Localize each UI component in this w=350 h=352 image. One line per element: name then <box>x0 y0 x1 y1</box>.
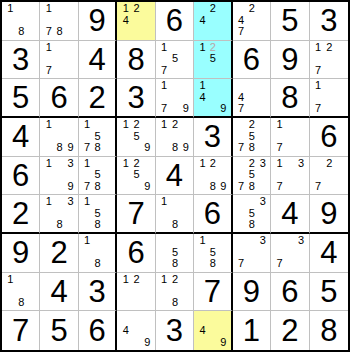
candidate-4 <box>159 131 170 143</box>
candidate-8 <box>208 26 218 38</box>
cell-value: 3 <box>117 79 154 116</box>
candidate-9 <box>180 258 191 270</box>
candidate-2: 2 <box>246 158 257 170</box>
cell-r1c4[interactable]: 124 <box>117 2 155 41</box>
cell-r4c4[interactable]: 1259 <box>117 118 155 157</box>
candidate-1: 1 <box>274 158 285 170</box>
candidate-4 <box>43 53 54 65</box>
candidate-2 <box>54 158 65 170</box>
cell-r3c8[interactable]: 8 <box>271 79 309 118</box>
cell-r6c9[interactable]: 9 <box>310 195 348 234</box>
candidate-2 <box>246 235 257 247</box>
candidate-5 <box>170 92 181 103</box>
candidate-grid: 247 <box>236 3 268 38</box>
candidate-6 <box>218 247 228 259</box>
cell-r9c4[interactable]: 49 <box>117 311 155 350</box>
candidate-9 <box>180 65 191 77</box>
candidate-1 <box>236 80 247 91</box>
cell-r7c4[interactable]: 6 <box>117 234 155 273</box>
candidate-grid: 18 <box>5 274 37 309</box>
candidate-7 <box>159 219 170 230</box>
candidate-7 <box>197 26 207 38</box>
candidate-7 <box>197 336 207 348</box>
candidate-grid: 178 <box>43 3 75 38</box>
candidate-9 <box>257 26 268 38</box>
candidate-1: 1 <box>197 158 207 170</box>
candidate-grid: 358 <box>236 196 268 230</box>
candidate-7 <box>159 258 170 270</box>
candidate-7 <box>82 219 92 230</box>
candidate-7: 7 <box>236 142 247 154</box>
candidate-4 <box>159 285 170 297</box>
candidate-4 <box>5 15 16 27</box>
cell-r4c1[interactable]: 4 <box>2 118 40 157</box>
candidate-grid: 137 <box>274 158 306 193</box>
cell-r9c8[interactable]: 2 <box>271 311 309 350</box>
candidate-3 <box>257 3 268 15</box>
cell-value: 4 <box>310 234 348 272</box>
candidate-grid: 12 <box>120 274 152 309</box>
candidate-3 <box>218 158 228 170</box>
candidate-1 <box>159 235 170 247</box>
candidate-grid: 189 <box>43 119 75 154</box>
cell-r5c8[interactable]: 137 <box>271 157 309 196</box>
cell-r6c8[interactable]: 4 <box>271 195 309 234</box>
candidate-grid: 49 <box>120 312 152 348</box>
cell-r3c4[interactable]: 3 <box>117 79 155 118</box>
candidate-6 <box>218 169 228 181</box>
candidate-2 <box>170 235 181 247</box>
candidate-3 <box>103 119 113 131</box>
candidate-3 <box>218 235 228 247</box>
candidate-3 <box>142 158 153 170</box>
cell-r8c1[interactable]: 18 <box>2 273 40 312</box>
cell-r5c2[interactable]: 139 <box>40 157 78 196</box>
cell-r6c5[interactable]: 18 <box>156 195 194 234</box>
cell-r1c2[interactable]: 178 <box>40 2 78 41</box>
cell-r6c4[interactable]: 7 <box>117 195 155 234</box>
cell-r6c3[interactable]: 158 <box>79 195 117 234</box>
candidate-4 <box>43 169 54 181</box>
candidate-grid: 18 <box>159 196 191 230</box>
candidate-8: 8 <box>208 181 218 193</box>
candidate-6 <box>65 208 76 219</box>
cell-r1c5[interactable]: 6 <box>156 2 194 41</box>
cell-r2c5[interactable]: 157 <box>156 41 194 80</box>
cell-r5c4[interactable]: 1259 <box>117 157 155 196</box>
candidate-4 <box>159 208 170 219</box>
candidate-5 <box>170 131 181 143</box>
candidate-7: 7 <box>159 103 170 114</box>
candidate-5 <box>285 247 296 259</box>
candidate-6 <box>180 131 191 143</box>
candidate-grid: 1578 <box>82 119 113 154</box>
candidate-7 <box>120 181 131 193</box>
cell-r3c6[interactable]: 149 <box>194 79 232 118</box>
cell-value: 4 <box>79 41 115 79</box>
candidate-5 <box>324 169 335 181</box>
candidate-6 <box>103 169 113 181</box>
candidate-4: 4 <box>197 15 207 27</box>
cell-r7c7[interactable]: 37 <box>233 234 271 273</box>
cell-r4c6[interactable]: 3 <box>194 118 232 157</box>
cell-r8c4[interactable]: 12 <box>117 273 155 312</box>
candidate-2 <box>324 80 335 91</box>
candidate-8: 8 <box>92 142 102 154</box>
candidate-6 <box>180 285 191 297</box>
cell-r2c7[interactable]: 6 <box>233 41 271 80</box>
candidate-4 <box>159 53 170 65</box>
candidate-9: 9 <box>218 336 228 348</box>
cell-r1c9[interactable]: 3 <box>310 2 348 41</box>
cell-r1c8[interactable]: 5 <box>271 2 309 41</box>
candidate-4 <box>82 208 92 219</box>
candidate-9 <box>335 103 346 114</box>
candidate-1: 1 <box>159 274 170 286</box>
candidate-7 <box>43 142 54 154</box>
candidate-8 <box>208 336 218 348</box>
candidate-8: 8 <box>92 181 102 193</box>
cell-r9c5[interactable]: 3 <box>156 311 194 350</box>
cell-value: 6 <box>310 118 348 156</box>
candidate-5 <box>246 247 257 259</box>
candidate-9 <box>257 219 268 230</box>
candidate-9 <box>142 297 153 309</box>
candidate-5 <box>92 247 102 259</box>
candidate-grid: 149 <box>197 80 228 114</box>
cell-r6c1[interactable]: 2 <box>2 195 40 234</box>
candidate-9 <box>103 142 113 154</box>
cell-r9c1[interactable]: 7 <box>2 311 40 350</box>
candidate-2: 2 <box>324 158 335 170</box>
candidate-3 <box>218 3 228 15</box>
candidate-3: 3 <box>257 158 268 170</box>
cell-value: 9 <box>79 2 115 40</box>
candidate-2 <box>170 42 181 54</box>
candidate-1: 1 <box>43 196 54 207</box>
candidate-2: 2 <box>246 119 257 131</box>
cell-r3c9[interactable]: 17 <box>310 79 348 118</box>
candidate-8 <box>54 181 65 193</box>
candidate-7: 7 <box>43 26 54 38</box>
candidate-7: 7 <box>236 181 247 193</box>
candidate-8 <box>246 103 257 114</box>
cell-r9c6[interactable]: 49 <box>194 311 232 350</box>
candidate-2 <box>16 3 27 15</box>
candidate-3 <box>218 42 228 54</box>
candidate-6 <box>103 208 113 219</box>
cell-r2c4[interactable]: 8 <box>117 41 155 80</box>
candidate-5 <box>170 285 181 297</box>
cell-r5c5[interactable]: 4 <box>156 157 194 196</box>
cell-r9c7[interactable]: 1 <box>233 311 271 350</box>
candidate-3 <box>142 3 153 15</box>
candidate-4 <box>5 285 16 297</box>
cell-r7c6[interactable]: 158 <box>194 234 232 273</box>
cell-r6c7[interactable]: 358 <box>233 195 271 234</box>
candidate-4: 4 <box>120 324 131 336</box>
cell-r8c6[interactable]: 7 <box>194 273 232 312</box>
candidate-2 <box>208 80 218 91</box>
candidate-6 <box>65 131 76 143</box>
candidate-5 <box>16 15 27 27</box>
candidate-7: 7 <box>274 181 285 193</box>
candidate-5 <box>131 324 142 336</box>
candidate-grid: 47 <box>236 80 268 114</box>
cell-r3c2[interactable]: 6 <box>40 79 78 118</box>
cell-value: 3 <box>156 311 193 350</box>
cell-value: 5 <box>271 2 308 40</box>
candidate-6 <box>180 247 191 259</box>
candidate-8: 8 <box>170 142 181 154</box>
candidate-3 <box>180 42 191 54</box>
cell-value: 9 <box>271 41 308 79</box>
cell-value: 3 <box>2 41 39 79</box>
cell-value: 8 <box>117 41 154 79</box>
cell-r2c9[interactable]: 127 <box>310 41 348 80</box>
candidate-1 <box>236 196 247 207</box>
candidate-3: 3 <box>257 196 268 207</box>
candidate-2 <box>170 196 181 207</box>
cell-r9c3[interactable]: 6 <box>79 311 117 350</box>
cell-value: 5 <box>40 311 77 350</box>
cell-value: 2 <box>79 79 115 116</box>
cell-value: 7 <box>194 273 230 311</box>
candidate-grid: 158 <box>197 235 228 270</box>
cell-value: 7 <box>2 311 39 350</box>
cell-value: 6 <box>79 311 115 350</box>
cell-value: 6 <box>194 195 230 232</box>
candidate-3: 3 <box>65 158 76 170</box>
candidate-2 <box>16 274 27 286</box>
candidate-3: 3 <box>296 235 307 247</box>
candidate-8 <box>246 258 257 270</box>
candidate-grid: 1289 <box>159 119 191 154</box>
candidate-6 <box>65 169 76 181</box>
candidate-8: 8 <box>208 258 218 270</box>
candidate-1: 1 <box>120 158 131 170</box>
candidate-5: 5 <box>246 131 257 143</box>
candidate-4 <box>236 247 247 259</box>
candidate-grid: 1289 <box>197 158 228 193</box>
candidate-1: 1 <box>197 80 207 91</box>
candidate-3: 3 <box>296 158 307 170</box>
candidate-9 <box>180 219 191 230</box>
cell-value: 6 <box>233 41 270 79</box>
candidate-9 <box>218 258 228 270</box>
candidate-7 <box>236 219 247 230</box>
cell-r4c2[interactable]: 189 <box>40 118 78 157</box>
sudoku-board: 1817891246242475331748157125691275623179… <box>0 0 350 352</box>
cell-r5c1[interactable]: 6 <box>2 157 40 196</box>
candidate-7 <box>120 336 131 348</box>
cell-r1c7[interactable]: 247 <box>233 2 271 41</box>
cell-r1c1[interactable]: 18 <box>2 2 40 41</box>
candidate-3 <box>335 158 346 170</box>
cell-value: 2 <box>271 311 308 350</box>
candidate-6 <box>296 247 307 259</box>
cell-r8c7[interactable]: 9 <box>233 273 271 312</box>
candidate-3 <box>142 312 153 324</box>
cell-r8c5[interactable]: 128 <box>156 273 194 312</box>
cell-r2c8[interactable]: 9 <box>271 41 309 80</box>
candidate-5 <box>131 285 142 297</box>
cell-r4c7[interactable]: 2578 <box>233 118 271 157</box>
cell-r5c3[interactable]: 1578 <box>79 157 117 196</box>
cell-r9c2[interactable]: 5 <box>40 311 78 350</box>
candidate-6 <box>335 169 346 181</box>
candidate-9 <box>296 258 307 270</box>
candidate-grid: 139 <box>43 158 75 193</box>
candidate-6 <box>335 92 346 103</box>
candidate-1: 1 <box>197 235 207 247</box>
candidate-1: 1 <box>82 119 92 131</box>
cell-r2c6[interactable]: 125 <box>194 41 232 80</box>
cell-r3c5[interactable]: 179 <box>156 79 194 118</box>
candidate-5 <box>324 92 335 103</box>
candidate-9 <box>65 219 76 230</box>
candidate-9: 9 <box>180 142 191 154</box>
candidate-6 <box>296 131 307 143</box>
cell-r7c9[interactable]: 4 <box>310 234 348 273</box>
candidate-5 <box>54 53 65 65</box>
cell-r8c2[interactable]: 4 <box>40 273 78 312</box>
cell-r5c9[interactable]: 27 <box>310 157 348 196</box>
cell-r3c1[interactable]: 5 <box>2 79 40 118</box>
candidate-grid: 158 <box>82 196 113 230</box>
candidate-9: 9 <box>180 103 191 114</box>
candidate-9: 9 <box>142 336 153 348</box>
candidate-7: 7 <box>313 65 324 77</box>
candidate-1 <box>236 158 247 170</box>
cell-r4c3[interactable]: 1578 <box>79 118 117 157</box>
cell-r1c3[interactable]: 9 <box>79 2 117 41</box>
cell-r4c8[interactable]: 17 <box>271 118 309 157</box>
candidate-9: 9 <box>65 181 76 193</box>
candidate-2 <box>54 196 65 207</box>
cell-r2c2[interactable]: 17 <box>40 41 78 80</box>
cell-r2c1[interactable]: 3 <box>2 41 40 80</box>
cell-r5c7[interactable]: 23578 <box>233 157 271 196</box>
candidate-2: 2 <box>208 158 218 170</box>
candidate-6 <box>142 285 153 297</box>
candidate-8 <box>324 181 335 193</box>
candidate-4 <box>120 131 131 143</box>
candidate-1 <box>197 3 207 15</box>
cell-value: 4 <box>156 157 193 195</box>
cell-r6c2[interactable]: 138 <box>40 195 78 234</box>
cell-r3c3[interactable]: 2 <box>79 79 117 118</box>
candidate-8 <box>246 26 257 38</box>
candidate-5: 5 <box>208 247 218 259</box>
candidate-2 <box>246 196 257 207</box>
cell-r6c6[interactable]: 6 <box>194 195 232 234</box>
candidate-1: 1 <box>120 119 131 131</box>
candidate-5 <box>208 92 218 103</box>
candidate-4 <box>313 169 324 181</box>
candidate-7 <box>159 142 170 154</box>
candidate-8: 8 <box>170 219 181 230</box>
cell-r4c5[interactable]: 1289 <box>156 118 194 157</box>
candidate-1: 1 <box>82 158 92 170</box>
cell-value: 2 <box>2 195 39 232</box>
cell-r3c7[interactable]: 47 <box>233 79 271 118</box>
cell-r1c6[interactable]: 24 <box>194 2 232 41</box>
candidate-1 <box>236 119 247 131</box>
candidate-9 <box>142 26 153 38</box>
candidate-4 <box>82 131 92 143</box>
cell-r2c3[interactable]: 4 <box>79 41 117 80</box>
candidate-7: 7 <box>274 142 285 154</box>
cell-r7c1[interactable]: 9 <box>2 234 40 273</box>
candidate-9 <box>335 65 346 77</box>
candidate-4 <box>274 169 285 181</box>
candidate-1: 1 <box>274 119 285 131</box>
candidate-1: 1 <box>159 42 170 54</box>
candidate-4 <box>159 247 170 259</box>
candidate-grid: 1259 <box>120 158 152 193</box>
candidate-5 <box>246 92 257 103</box>
candidate-3 <box>180 196 191 207</box>
candidate-3 <box>65 3 76 15</box>
cell-r8c3[interactable]: 3 <box>79 273 117 312</box>
cell-r7c2[interactable]: 2 <box>40 234 78 273</box>
cell-r5c6[interactable]: 1289 <box>194 157 232 196</box>
candidate-5 <box>208 15 218 27</box>
candidate-2: 2 <box>170 274 181 286</box>
cell-r9c9[interactable]: 8 <box>310 311 348 350</box>
candidate-6 <box>103 131 113 143</box>
candidate-6 <box>142 131 153 143</box>
cell-r7c3[interactable]: 18 <box>79 234 117 273</box>
cell-r8c8[interactable]: 6 <box>271 273 309 312</box>
candidate-2 <box>92 196 102 207</box>
candidate-6 <box>65 53 76 65</box>
candidate-1 <box>120 312 131 324</box>
candidate-grid: 27 <box>313 158 346 193</box>
candidate-9 <box>65 65 76 77</box>
candidate-grid: 58 <box>159 235 191 270</box>
cell-value: 4 <box>40 273 77 311</box>
candidate-6 <box>257 92 268 103</box>
cell-r8c9[interactable]: 5 <box>310 273 348 312</box>
candidate-1: 1 <box>43 158 54 170</box>
candidate-8 <box>131 297 142 309</box>
candidate-6 <box>335 53 346 65</box>
candidate-7: 7 <box>82 142 92 154</box>
cell-r4c9[interactable]: 6 <box>310 118 348 157</box>
candidate-grid: 17 <box>313 80 346 114</box>
candidate-5 <box>246 15 257 27</box>
candidate-2 <box>92 119 102 131</box>
cell-value: 7 <box>117 195 154 232</box>
candidate-7: 7 <box>43 65 54 77</box>
candidate-6 <box>218 53 228 65</box>
candidate-4 <box>236 169 247 181</box>
candidate-9 <box>218 26 228 38</box>
cell-r7c5[interactable]: 58 <box>156 234 194 273</box>
candidate-5 <box>16 285 27 297</box>
candidate-8: 8 <box>170 297 181 309</box>
candidate-grid: 1578 <box>82 158 113 193</box>
candidate-7: 7 <box>313 103 324 114</box>
candidate-7 <box>197 103 207 114</box>
candidate-grid: 24 <box>197 3 228 38</box>
candidate-8: 8 <box>92 219 102 230</box>
cell-r7c8[interactable]: 37 <box>271 234 309 273</box>
candidate-6 <box>103 247 113 259</box>
candidate-7 <box>120 297 131 309</box>
